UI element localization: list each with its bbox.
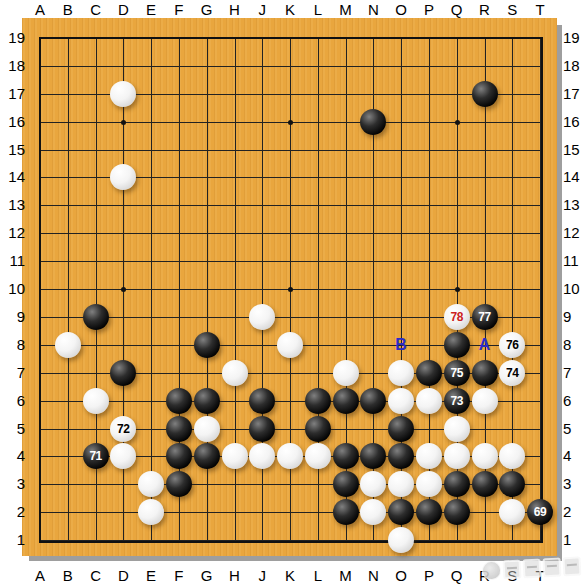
- stone-white-P6: [416, 388, 442, 414]
- stone-black-G4: [194, 443, 220, 469]
- col-label-top-F: F: [165, 2, 193, 18]
- col-label-top-D: D: [109, 2, 137, 18]
- stone-white-B8: [55, 332, 81, 358]
- stone-black-D7: [110, 360, 136, 386]
- watermark-logo-icon: [482, 561, 502, 581]
- row-label-right-8: 8: [563, 336, 582, 354]
- col-label-bottom-F: F: [165, 568, 193, 584]
- stone-black-G8: [194, 332, 220, 358]
- star-point-K10: [288, 287, 293, 292]
- stone-black-L6: [305, 388, 331, 414]
- row-label-left-19: 19: [1, 29, 25, 47]
- stone-black-J6: [249, 388, 275, 414]
- stone-white-Q5: [444, 416, 470, 442]
- row-label-right-5: 5: [563, 420, 582, 438]
- col-label-bottom-L: L: [304, 568, 332, 584]
- row-label-right-15: 15: [563, 141, 582, 159]
- col-label-top-B: B: [54, 2, 82, 18]
- row-label-right-11: 11: [563, 252, 582, 270]
- col-label-bottom-C: C: [82, 568, 110, 584]
- stone-white-H7: [222, 360, 248, 386]
- col-label-top-M: M: [332, 2, 360, 18]
- stone-white-G5: [194, 416, 220, 442]
- col-label-bottom-Q: Q: [443, 568, 471, 584]
- col-label-top-L: L: [304, 2, 332, 18]
- stone-black-Q3: [444, 471, 470, 497]
- stone-black-G6: [194, 388, 220, 414]
- stone-white-Q9: [444, 304, 470, 330]
- star-point-Q10: [455, 287, 460, 292]
- row-label-left-17: 17: [1, 85, 25, 103]
- col-label-top-C: C: [82, 2, 110, 18]
- row-label-right-3: 3: [563, 475, 582, 493]
- col-label-bottom-K: K: [276, 568, 304, 584]
- row-label-right-12: 12: [563, 224, 582, 242]
- row-label-left-13: 13: [1, 196, 25, 214]
- stone-white-R4: [472, 443, 498, 469]
- row-label-left-5: 5: [1, 420, 25, 438]
- stone-white-C6: [83, 388, 109, 414]
- row-label-left-18: 18: [1, 57, 25, 75]
- col-label-top-O: O: [387, 2, 415, 18]
- col-label-bottom-M: M: [332, 568, 360, 584]
- row-label-right-6: 6: [563, 392, 582, 410]
- stone-white-S7: [499, 360, 525, 386]
- stone-white-R6: [472, 388, 498, 414]
- stone-black-O5: [388, 416, 414, 442]
- star-point-Q16: [455, 120, 460, 125]
- stone-black-R3: [472, 471, 498, 497]
- stone-black-F3: [166, 471, 192, 497]
- col-label-top-J: J: [248, 2, 276, 18]
- stone-black-L5: [305, 416, 331, 442]
- watermark: [482, 556, 582, 580]
- stone-white-H4: [222, 443, 248, 469]
- col-label-top-G: G: [193, 2, 221, 18]
- col-label-top-P: P: [415, 2, 443, 18]
- col-label-bottom-G: G: [193, 568, 221, 584]
- stone-white-S8: [499, 332, 525, 358]
- row-label-right-16: 16: [563, 113, 582, 131]
- stone-black-P2: [416, 499, 442, 525]
- col-label-top-R: R: [471, 2, 499, 18]
- stone-black-M4: [333, 443, 359, 469]
- row-label-right-19: 19: [563, 29, 582, 47]
- col-label-bottom-O: O: [387, 568, 415, 584]
- col-label-top-E: E: [137, 2, 165, 18]
- stone-white-O6: [388, 388, 414, 414]
- stone-black-M6: [333, 388, 359, 414]
- stone-black-M2: [333, 499, 359, 525]
- stone-black-C4: [83, 443, 109, 469]
- stone-black-Q2: [444, 499, 470, 525]
- stone-white-O7: [388, 360, 414, 386]
- watermark-glyph: [562, 556, 581, 576]
- row-label-left-15: 15: [1, 141, 25, 159]
- star-point-K16: [288, 120, 293, 125]
- col-label-top-K: K: [276, 2, 304, 18]
- col-label-top-A: A: [26, 2, 54, 18]
- stone-white-L4: [305, 443, 331, 469]
- stone-black-N6: [360, 388, 386, 414]
- row-label-left-3: 3: [1, 475, 25, 493]
- stone-white-P3: [416, 471, 442, 497]
- stone-black-P7: [416, 360, 442, 386]
- stone-black-Q6: [444, 388, 470, 414]
- col-label-top-H: H: [221, 2, 249, 18]
- row-label-right-14: 14: [563, 168, 582, 186]
- stone-black-R9: [472, 304, 498, 330]
- stone-black-T2: [527, 499, 553, 525]
- row-label-left-10: 10: [1, 280, 25, 298]
- col-label-top-T: T: [526, 2, 554, 18]
- go-board-area: AABBCCDDEEFFGGHHJJKKLLMMNNOOPPQQRRSSTT19…: [0, 0, 582, 585]
- stone-white-M7: [333, 360, 359, 386]
- stone-black-N16: [360, 109, 386, 135]
- col-label-bottom-A: A: [26, 568, 54, 584]
- col-label-bottom-P: P: [415, 568, 443, 584]
- stone-white-O1: [388, 527, 414, 553]
- row-label-left-14: 14: [1, 168, 25, 186]
- row-label-left-12: 12: [1, 224, 25, 242]
- watermark-glyph: [542, 557, 561, 577]
- row-label-left-8: 8: [1, 336, 25, 354]
- stone-white-J9: [249, 304, 275, 330]
- row-label-left-4: 4: [1, 447, 25, 465]
- col-label-bottom-N: N: [359, 568, 387, 584]
- stone-black-J5: [249, 416, 275, 442]
- row-label-right-9: 9: [563, 308, 582, 326]
- row-label-right-7: 7: [563, 364, 582, 382]
- stone-black-F5: [166, 416, 192, 442]
- row-label-left-2: 2: [1, 503, 25, 521]
- watermark-glyph: [523, 559, 542, 579]
- stone-black-M3: [333, 471, 359, 497]
- stone-white-E2: [138, 499, 164, 525]
- col-label-top-N: N: [359, 2, 387, 18]
- col-label-top-S: S: [498, 2, 526, 18]
- stone-black-R17: [472, 81, 498, 107]
- row-label-right-4: 4: [563, 447, 582, 465]
- stone-black-Q7: [444, 360, 470, 386]
- row-label-left-1: 1: [1, 531, 25, 549]
- row-label-right-13: 13: [563, 196, 582, 214]
- row-label-right-1: 1: [563, 531, 582, 549]
- col-label-bottom-E: E: [137, 568, 165, 584]
- row-label-left-11: 11: [1, 252, 25, 270]
- stone-white-D5: [110, 416, 136, 442]
- stone-black-C9: [83, 304, 109, 330]
- col-label-bottom-H: H: [221, 568, 249, 584]
- stone-black-R7: [472, 360, 498, 386]
- row-label-left-16: 16: [1, 113, 25, 131]
- watermark-glyph: [503, 560, 522, 580]
- col-label-top-Q: Q: [443, 2, 471, 18]
- row-label-left-7: 7: [1, 364, 25, 382]
- row-label-right-18: 18: [563, 57, 582, 75]
- col-label-bottom-J: J: [248, 568, 276, 584]
- row-label-left-6: 6: [1, 392, 25, 410]
- stone-white-D17: [110, 81, 136, 107]
- stone-black-O2: [388, 499, 414, 525]
- row-label-right-17: 17: [563, 85, 582, 103]
- stone-white-K8: [277, 332, 303, 358]
- stone-white-Q4: [444, 443, 470, 469]
- row-label-right-10: 10: [563, 280, 582, 298]
- col-label-bottom-D: D: [109, 568, 137, 584]
- col-label-bottom-B: B: [54, 568, 82, 584]
- row-label-right-2: 2: [563, 503, 582, 521]
- row-label-left-9: 9: [1, 308, 25, 326]
- stone-black-F6: [166, 388, 192, 414]
- stone-black-Q8: [444, 332, 470, 358]
